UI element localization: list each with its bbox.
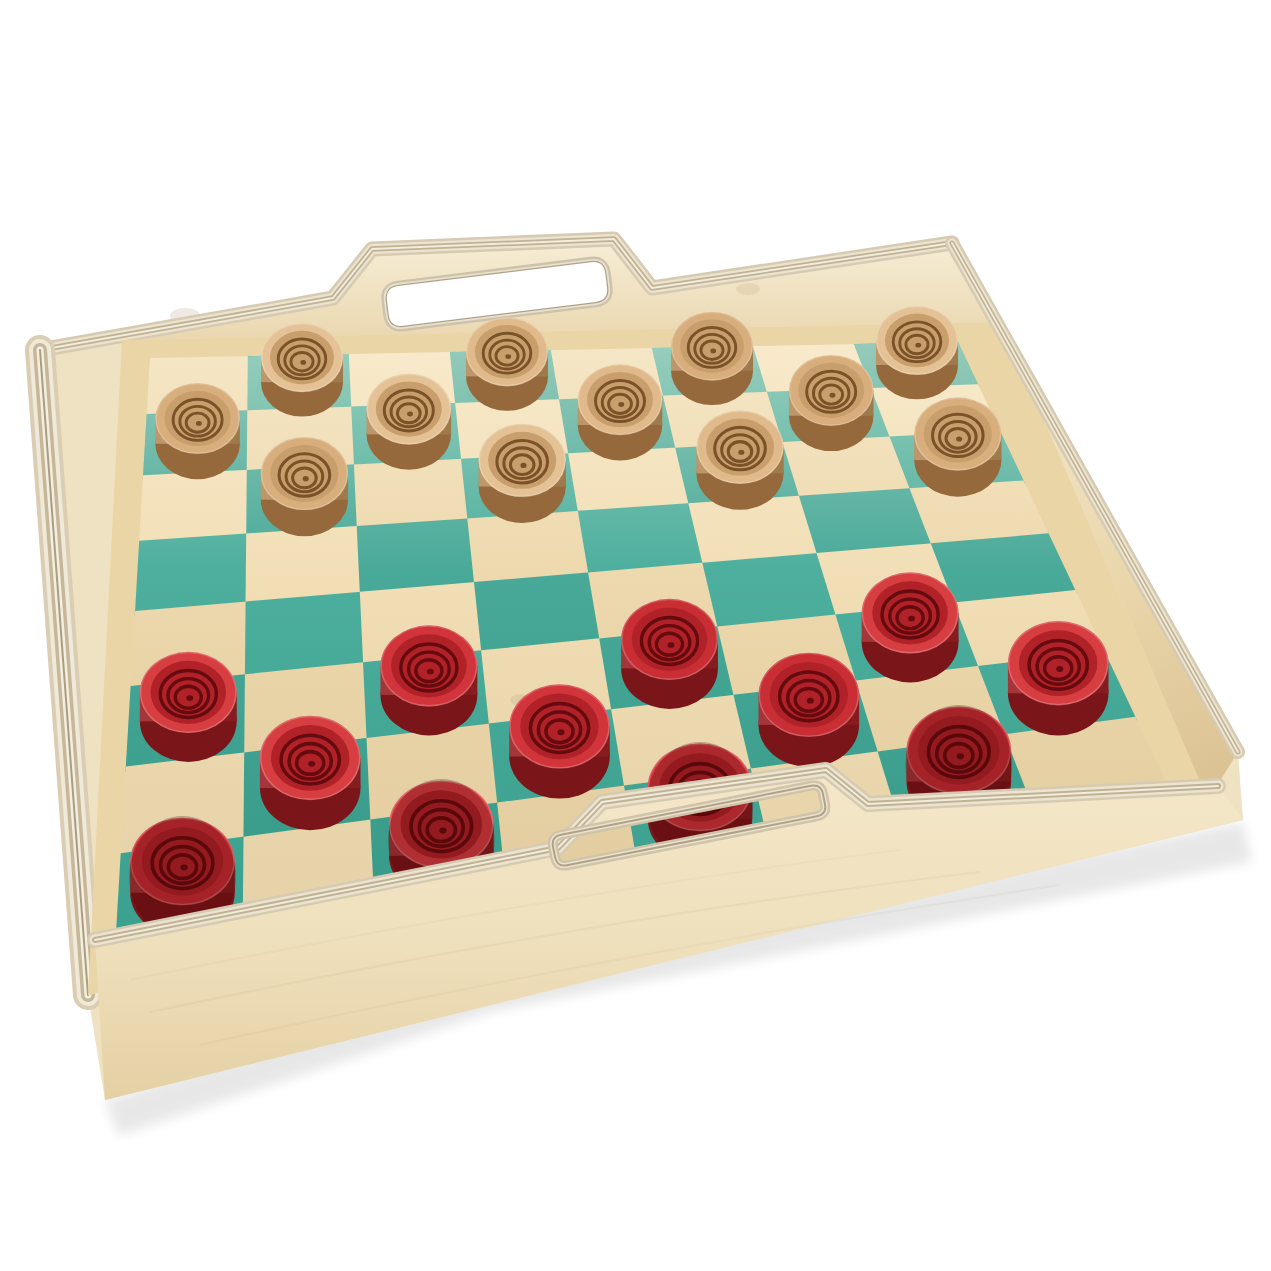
red-piece[interactable] [621, 599, 718, 709]
wooden-piece[interactable] [261, 323, 343, 416]
checkers-tray-scene [0, 0, 1271, 1271]
wooden-piece[interactable] [914, 397, 1001, 496]
wooden-piece[interactable] [696, 411, 783, 510]
wood-knot [736, 283, 760, 295]
wooden-piece[interactable] [479, 424, 566, 523]
wooden-piece[interactable] [261, 437, 348, 536]
product-photo [0, 0, 1271, 1271]
red-piece[interactable] [140, 652, 237, 762]
red-piece[interactable] [1008, 621, 1109, 735]
wooden-piece[interactable] [155, 383, 240, 479]
wooden-piece[interactable] [578, 364, 663, 460]
wooden-piece[interactable] [367, 374, 452, 470]
wooden-piece[interactable] [876, 306, 958, 399]
wooden-piece[interactable] [789, 355, 874, 451]
wooden-piece[interactable] [671, 312, 753, 405]
red-piece[interactable] [759, 653, 860, 767]
red-piece[interactable] [862, 572, 959, 682]
red-piece[interactable] [380, 625, 477, 735]
red-piece[interactable] [260, 716, 361, 830]
wooden-piece[interactable] [466, 317, 548, 410]
red-piece[interactable] [509, 684, 610, 798]
